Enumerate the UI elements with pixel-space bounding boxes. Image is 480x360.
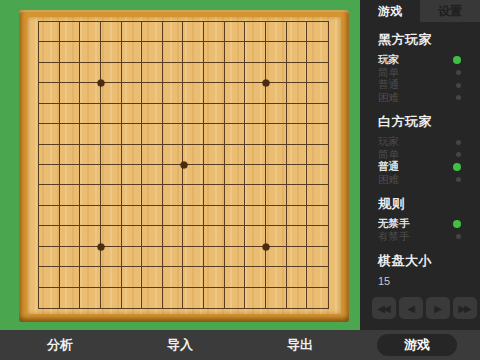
board-cell [101, 247, 122, 267]
board-cell [183, 22, 204, 42]
board-cell [80, 22, 101, 42]
board-cell [60, 288, 81, 308]
board-cell [266, 226, 287, 246]
board-cell [225, 247, 246, 267]
black-option-easy[interactable]: 简单 [378, 67, 461, 80]
skip-to-end-icon: ▶▶ [458, 303, 469, 314]
board-cell [266, 288, 287, 308]
board-cell [39, 63, 60, 83]
board-cell [287, 104, 308, 124]
board-cell [204, 247, 225, 267]
radio-dot-icon [453, 56, 461, 64]
board-cell [245, 145, 266, 165]
tab-game[interactable]: 游戏 [360, 0, 420, 22]
board-cell [60, 42, 81, 62]
board-cell [204, 22, 225, 42]
board-cell [101, 83, 122, 103]
board-cell [39, 83, 60, 103]
board-size-value: 15 [378, 275, 461, 287]
board-cell [225, 185, 246, 205]
star-point [263, 243, 270, 250]
board-cell [163, 42, 184, 62]
board-cell [183, 206, 204, 226]
board-cell [266, 42, 287, 62]
board-cell [122, 185, 143, 205]
board-cell [122, 104, 143, 124]
board-cell [163, 63, 184, 83]
rule-forbidden-label: 有禁手 [378, 230, 410, 244]
board-cell [287, 83, 308, 103]
tab-bar: 游戏 设置 [360, 0, 480, 22]
star-point [180, 162, 187, 169]
black-option-normal[interactable]: 普通 [378, 79, 461, 92]
board-cell [225, 165, 246, 185]
radio-dot-icon [456, 95, 461, 100]
move-navigation: ◀◀ ◀ ▶ ▶▶ [372, 297, 477, 319]
board-cell [163, 288, 184, 308]
board-cell [142, 42, 163, 62]
board-cell [225, 22, 246, 42]
board-cell [39, 22, 60, 42]
board-cell [142, 226, 163, 246]
board-cell [287, 63, 308, 83]
board-cell [183, 63, 204, 83]
board-cell [122, 42, 143, 62]
board-cell [122, 288, 143, 308]
board-cell [245, 124, 266, 144]
white-option-hard[interactable]: 困难 [378, 174, 461, 187]
board-cell [101, 22, 122, 42]
board-cell [80, 145, 101, 165]
board-cell [225, 206, 246, 226]
step-forward-icon: ▶ [434, 303, 442, 314]
board-cell [266, 267, 287, 287]
board-cell [307, 104, 328, 124]
board-size-title: 棋盘大小 [378, 252, 461, 270]
board-cell [39, 206, 60, 226]
board-cell [142, 267, 163, 287]
board-cell [204, 288, 225, 308]
board-cell [245, 185, 266, 205]
import-button[interactable]: 导入 [120, 336, 240, 354]
board-cell [204, 185, 225, 205]
board-cell [122, 247, 143, 267]
star-point [263, 80, 270, 87]
board-cell [39, 124, 60, 144]
board-cell [287, 165, 308, 185]
board-cell [60, 267, 81, 287]
board-cell [60, 63, 81, 83]
board-cell [122, 83, 143, 103]
board-cell [245, 22, 266, 42]
board-cell [266, 247, 287, 267]
board-cell [266, 165, 287, 185]
radio-dot-icon [453, 220, 461, 228]
board-cell [287, 226, 308, 246]
board-cell [307, 226, 328, 246]
board-cell [142, 288, 163, 308]
board-cell [245, 42, 266, 62]
board-cell [183, 165, 204, 185]
white-option-hard-label: 困难 [378, 173, 399, 187]
board-cell [142, 83, 163, 103]
board-cell [163, 22, 184, 42]
board-cell [122, 124, 143, 144]
board-cell [287, 22, 308, 42]
board-cell [39, 226, 60, 246]
board-cell [80, 185, 101, 205]
board-cell [266, 63, 287, 83]
board-grid[interactable] [38, 21, 329, 309]
board-cell [142, 247, 163, 267]
section-white-player: 白方玩家 玩家 简单 普通 困难 [360, 113, 480, 186]
board-cell [60, 247, 81, 267]
board-cell [287, 42, 308, 62]
board-cell [204, 226, 225, 246]
board-cell [39, 247, 60, 267]
board-cell [204, 63, 225, 83]
board-cell [266, 22, 287, 42]
board-cell [163, 165, 184, 185]
board-cell [183, 288, 204, 308]
board-cell [142, 145, 163, 165]
board-cell [60, 145, 81, 165]
board-cell [60, 124, 81, 144]
section-board-size: 棋盘大小 15 [360, 252, 480, 287]
board-cell [101, 145, 122, 165]
gomoku-board[interactable] [19, 10, 349, 322]
board-cell [287, 288, 308, 308]
board-cell [245, 104, 266, 124]
board-cell [183, 124, 204, 144]
board-cell [122, 145, 143, 165]
board-cell [163, 206, 184, 226]
board-cell [142, 206, 163, 226]
board-cell [266, 145, 287, 165]
board-cell [101, 206, 122, 226]
board-cell [60, 104, 81, 124]
board-cell [225, 124, 246, 144]
board-cell [245, 83, 266, 103]
board-cell [225, 145, 246, 165]
board-cell [122, 267, 143, 287]
rule-option-no-forbidden[interactable]: 无禁手 [378, 218, 461, 231]
board-cell [80, 288, 101, 308]
board-cell [183, 83, 204, 103]
board-cell [163, 267, 184, 287]
black-player-title: 黑方玩家 [378, 31, 461, 49]
board-wood [27, 17, 341, 314]
board-cell [101, 165, 122, 185]
board-cell [245, 288, 266, 308]
board-cell [307, 206, 328, 226]
board-cell [307, 22, 328, 42]
board-cell [225, 83, 246, 103]
board-cell [101, 63, 122, 83]
board-cell [101, 42, 122, 62]
board-cell [60, 185, 81, 205]
board-cell [183, 247, 204, 267]
board-cell [287, 145, 308, 165]
board-cell [39, 185, 60, 205]
radio-dot-icon [456, 140, 461, 145]
board-cell [307, 42, 328, 62]
rules-title: 规则 [378, 195, 461, 213]
board-cell [307, 185, 328, 205]
board-cell [266, 206, 287, 226]
board-cell [163, 226, 184, 246]
skip-to-start-icon: ◀◀ [377, 303, 388, 314]
board-cell [142, 104, 163, 124]
board-cell [307, 63, 328, 83]
board-cell [39, 288, 60, 308]
board-cell [122, 22, 143, 42]
board-cell [183, 226, 204, 246]
analyze-button[interactable]: 分析 [0, 336, 120, 354]
board-cell [225, 104, 246, 124]
section-rules: 规则 无禁手 有禁手 [360, 195, 480, 243]
board-cell [101, 288, 122, 308]
board-cell [204, 104, 225, 124]
board-cell [245, 165, 266, 185]
board-cell [204, 267, 225, 287]
board-cell [39, 104, 60, 124]
board-cell [60, 206, 81, 226]
board-cell [183, 42, 204, 62]
board-cell [245, 247, 266, 267]
radio-dot-icon [456, 83, 461, 88]
board-cell [60, 22, 81, 42]
section-black-player: 黑方玩家 玩家 简单 普通 困难 [360, 31, 480, 104]
export-button[interactable]: 导出 [240, 336, 360, 354]
board-cell [101, 267, 122, 287]
board-cell [307, 124, 328, 144]
board-cell [80, 124, 101, 144]
white-option-human[interactable]: 玩家 [378, 136, 461, 149]
board-cell [142, 22, 163, 42]
board-cell [307, 165, 328, 185]
board-cell [287, 247, 308, 267]
board-cell [183, 145, 204, 165]
board-cell [204, 165, 225, 185]
radio-dot-icon [453, 163, 461, 171]
board-pane [0, 0, 360, 330]
board-cell [60, 165, 81, 185]
gomoku-app: 游戏 设置 黑方玩家 玩家 简单 普通 困难 白方玩家 [0, 0, 480, 360]
board-cell [307, 145, 328, 165]
board-cell [80, 42, 101, 62]
star-point [97, 80, 104, 87]
radio-dot-icon [456, 177, 461, 182]
board-cell [80, 104, 101, 124]
board-cell [163, 124, 184, 144]
board-cell [225, 267, 246, 287]
board-cell [307, 247, 328, 267]
sidebar: 游戏 设置 黑方玩家 玩家 简单 普通 困难 白方玩家 [360, 0, 480, 330]
board-cell [101, 226, 122, 246]
board-cell [204, 206, 225, 226]
white-option-normal[interactable]: 普通 [378, 161, 461, 174]
board-cell [60, 83, 81, 103]
first-move-button[interactable]: ◀◀ [372, 297, 396, 319]
board-cell [245, 206, 266, 226]
board-cell [204, 83, 225, 103]
board-cell [163, 247, 184, 267]
board-cell [101, 124, 122, 144]
board-cell [142, 124, 163, 144]
board-cell [80, 165, 101, 185]
board-cell [39, 267, 60, 287]
board-cell [122, 165, 143, 185]
black-option-hard-label: 困难 [378, 91, 399, 105]
board-cell [266, 104, 287, 124]
rule-option-forbidden[interactable]: 有禁手 [378, 231, 461, 244]
board-cell [122, 206, 143, 226]
board-cell [204, 42, 225, 62]
next-move-button[interactable]: ▶ [426, 297, 450, 319]
board-cell [101, 185, 122, 205]
board-cell [307, 83, 328, 103]
board-cell [39, 165, 60, 185]
board-cell [183, 267, 204, 287]
board-cell [60, 226, 81, 246]
step-back-icon: ◀ [407, 303, 415, 314]
bottom-bar: 分析 导入 导出 游戏 [0, 330, 480, 360]
board-cell [266, 124, 287, 144]
black-option-hard[interactable]: 困难 [378, 92, 461, 105]
board-cell [287, 267, 308, 287]
board-cell [142, 185, 163, 205]
tab-settings[interactable]: 设置 [420, 0, 480, 22]
board-cell [142, 165, 163, 185]
board-cell [287, 124, 308, 144]
radio-dot-icon [456, 152, 461, 157]
board-cell [287, 185, 308, 205]
board-cell [142, 63, 163, 83]
board-cell [204, 145, 225, 165]
game-mode-button[interactable]: 游戏 [377, 334, 457, 356]
board-cell [80, 247, 101, 267]
radio-dot-icon [456, 70, 461, 75]
board-cell [307, 267, 328, 287]
last-move-button[interactable]: ▶▶ [453, 297, 477, 319]
board-cell [266, 185, 287, 205]
board-cell [225, 226, 246, 246]
board-cell [122, 226, 143, 246]
board-cell [287, 206, 308, 226]
board-cell [39, 42, 60, 62]
radio-dot-icon [456, 234, 461, 239]
board-cell [39, 145, 60, 165]
board-cell [163, 83, 184, 103]
board-cell [225, 63, 246, 83]
board-cell [225, 42, 246, 62]
white-player-title: 白方玩家 [378, 113, 461, 131]
star-point [97, 243, 104, 250]
board-cell [122, 63, 143, 83]
board-cell [101, 104, 122, 124]
white-option-easy[interactable]: 简单 [378, 149, 461, 162]
board-cell [307, 288, 328, 308]
previous-move-button[interactable]: ◀ [399, 297, 423, 319]
board-cell [163, 185, 184, 205]
black-option-human[interactable]: 玩家 [378, 54, 461, 67]
board-cell [204, 124, 225, 144]
board-cell [245, 267, 266, 287]
board-cell [80, 206, 101, 226]
board-cell [163, 104, 184, 124]
board-cell [80, 267, 101, 287]
board-cell [225, 288, 246, 308]
board-cell [80, 83, 101, 103]
board-cell [266, 83, 287, 103]
board-cell [183, 104, 204, 124]
board-cell [183, 185, 204, 205]
